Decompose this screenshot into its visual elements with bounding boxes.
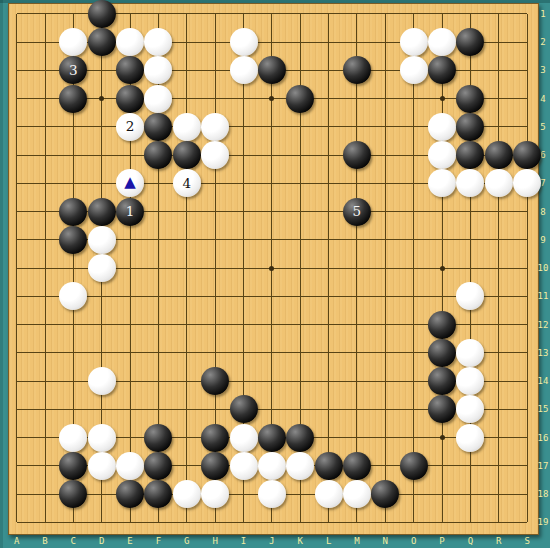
move-number-label-G7: 4 bbox=[183, 177, 192, 191]
white-stone-R7[interactable] bbox=[485, 169, 513, 197]
white-stone-H6[interactable] bbox=[201, 141, 229, 169]
grid-vertical-line bbox=[385, 14, 386, 523]
column-label-M: M bbox=[354, 536, 359, 546]
black-stone-M3[interactable] bbox=[343, 56, 371, 84]
row-label-16: 16 bbox=[538, 433, 549, 443]
row-label-8: 8 bbox=[540, 207, 545, 217]
row-label-3: 3 bbox=[540, 65, 545, 75]
black-stone-G6[interactable] bbox=[173, 141, 201, 169]
grid-vertical-line bbox=[356, 14, 357, 523]
row-label-12: 12 bbox=[538, 320, 549, 330]
row-label-1: 1 bbox=[540, 9, 545, 19]
column-label-B: B bbox=[42, 536, 47, 546]
black-stone-C8[interactable] bbox=[59, 198, 87, 226]
move-number-label-E8: 1 bbox=[126, 205, 135, 219]
column-label-E: E bbox=[127, 536, 132, 546]
row-label-19: 19 bbox=[538, 517, 549, 527]
white-stone-P6[interactable] bbox=[428, 141, 456, 169]
move-number-label-M8: 5 bbox=[353, 205, 362, 219]
black-stone-S6[interactable] bbox=[513, 141, 541, 169]
black-stone-C4[interactable] bbox=[59, 85, 87, 113]
white-stone-D10[interactable] bbox=[88, 254, 116, 282]
white-stone-M18[interactable] bbox=[343, 480, 371, 508]
black-stone-E18[interactable] bbox=[116, 480, 144, 508]
grid-vertical-line bbox=[498, 14, 499, 523]
black-stone-F16[interactable] bbox=[144, 424, 172, 452]
row-label-14: 14 bbox=[538, 376, 549, 386]
white-stone-O2[interactable] bbox=[400, 28, 428, 56]
black-stone-I15[interactable] bbox=[230, 395, 258, 423]
white-stone-K17[interactable] bbox=[286, 452, 314, 480]
column-label-D: D bbox=[99, 536, 104, 546]
row-label-2: 2 bbox=[540, 37, 545, 47]
black-stone-K16[interactable] bbox=[286, 424, 314, 452]
column-label-Q: Q bbox=[468, 536, 473, 546]
white-stone-D16[interactable] bbox=[88, 424, 116, 452]
column-label-P: P bbox=[439, 536, 444, 546]
black-stone-H16[interactable] bbox=[201, 424, 229, 452]
row-label-9: 9 bbox=[540, 235, 545, 245]
row-label-7: 7 bbox=[540, 178, 545, 188]
column-label-K: K bbox=[297, 536, 302, 546]
white-stone-E5[interactable]: 2 bbox=[116, 113, 144, 141]
grid-horizontal-line bbox=[17, 522, 528, 523]
black-stone-F5[interactable] bbox=[144, 113, 172, 141]
white-stone-J18[interactable] bbox=[258, 480, 286, 508]
move-number-label-E5: 2 bbox=[126, 120, 135, 134]
black-stone-M17[interactable] bbox=[343, 452, 371, 480]
white-stone-E2[interactable] bbox=[116, 28, 144, 56]
white-stone-H18[interactable] bbox=[201, 480, 229, 508]
black-stone-H17[interactable] bbox=[201, 452, 229, 480]
black-stone-C17[interactable] bbox=[59, 452, 87, 480]
row-label-13: 13 bbox=[538, 348, 549, 358]
white-stone-D14[interactable] bbox=[88, 367, 116, 395]
white-stone-Q13[interactable] bbox=[456, 339, 484, 367]
grid-vertical-line bbox=[328, 14, 329, 523]
white-stone-G5[interactable] bbox=[173, 113, 201, 141]
black-stone-D8[interactable] bbox=[88, 198, 116, 226]
column-label-F: F bbox=[156, 536, 161, 546]
column-label-S: S bbox=[524, 536, 529, 546]
star-point-P10 bbox=[440, 266, 445, 271]
black-stone-M6[interactable] bbox=[343, 141, 371, 169]
black-stone-P14[interactable] bbox=[428, 367, 456, 395]
go-diagram-window: ABCDEFGHIJKLMNOPQRS123456789101112131415… bbox=[0, 0, 550, 548]
black-stone-R6[interactable] bbox=[485, 141, 513, 169]
white-stone-F4[interactable] bbox=[144, 85, 172, 113]
black-stone-E8[interactable]: 1 bbox=[116, 198, 144, 226]
black-stone-J3[interactable] bbox=[258, 56, 286, 84]
white-stone-I2[interactable] bbox=[230, 28, 258, 56]
row-label-4: 4 bbox=[540, 94, 545, 104]
black-stone-F17[interactable] bbox=[144, 452, 172, 480]
white-stone-D9[interactable] bbox=[88, 226, 116, 254]
black-stone-C9[interactable] bbox=[59, 226, 87, 254]
grid-vertical-line bbox=[413, 14, 414, 523]
white-stone-J17[interactable] bbox=[258, 452, 286, 480]
row-label-10: 10 bbox=[538, 263, 549, 273]
white-stone-I17[interactable] bbox=[230, 452, 258, 480]
triangle-marker-icon: ▲ bbox=[124, 175, 136, 190]
white-stone-C16[interactable] bbox=[59, 424, 87, 452]
grid-horizontal-line bbox=[17, 296, 528, 297]
row-label-11: 11 bbox=[538, 291, 549, 301]
white-stone-P5[interactable] bbox=[428, 113, 456, 141]
black-stone-O17[interactable] bbox=[400, 452, 428, 480]
column-label-J: J bbox=[269, 536, 274, 546]
black-stone-L17[interactable] bbox=[315, 452, 343, 480]
column-label-H: H bbox=[212, 536, 217, 546]
column-label-G: G bbox=[184, 536, 189, 546]
column-label-L: L bbox=[326, 536, 331, 546]
column-label-A: A bbox=[14, 536, 19, 546]
black-stone-P12[interactable] bbox=[428, 311, 456, 339]
white-stone-L18[interactable] bbox=[315, 480, 343, 508]
black-stone-K4[interactable] bbox=[286, 85, 314, 113]
column-label-O: O bbox=[411, 536, 416, 546]
column-label-R: R bbox=[496, 536, 501, 546]
move-number-label-C3: 3 bbox=[69, 64, 78, 78]
column-label-I: I bbox=[241, 536, 246, 546]
row-label-15: 15 bbox=[538, 404, 549, 414]
black-stone-Q4[interactable] bbox=[456, 85, 484, 113]
column-label-C: C bbox=[71, 536, 76, 546]
black-stone-M8[interactable]: 5 bbox=[343, 198, 371, 226]
white-stone-G7[interactable]: 4 bbox=[173, 169, 201, 197]
black-stone-P13[interactable] bbox=[428, 339, 456, 367]
row-label-17: 17 bbox=[538, 461, 549, 471]
row-label-6: 6 bbox=[540, 150, 545, 160]
white-stone-I16[interactable] bbox=[230, 424, 258, 452]
black-stone-D2[interactable] bbox=[88, 28, 116, 56]
grid-vertical-line bbox=[527, 14, 528, 523]
black-stone-E4[interactable] bbox=[116, 85, 144, 113]
white-stone-Q16[interactable] bbox=[456, 424, 484, 452]
star-point-P4 bbox=[440, 96, 445, 101]
white-stone-P2[interactable] bbox=[428, 28, 456, 56]
column-label-N: N bbox=[383, 536, 388, 546]
black-stone-H14[interactable] bbox=[201, 367, 229, 395]
white-stone-G18[interactable] bbox=[173, 480, 201, 508]
row-label-5: 5 bbox=[540, 122, 545, 132]
white-stone-H5[interactable] bbox=[201, 113, 229, 141]
star-point-P16 bbox=[440, 435, 445, 440]
white-stone-I3[interactable] bbox=[230, 56, 258, 84]
star-point-J10 bbox=[269, 266, 274, 271]
white-stone-D17[interactable] bbox=[88, 452, 116, 480]
white-stone-O3[interactable] bbox=[400, 56, 428, 84]
black-stone-D1[interactable] bbox=[88, 0, 116, 28]
row-label-18: 18 bbox=[538, 489, 549, 499]
white-stone-E17[interactable] bbox=[116, 452, 144, 480]
black-stone-Q5[interactable] bbox=[456, 113, 484, 141]
black-stone-J16[interactable] bbox=[258, 424, 286, 452]
